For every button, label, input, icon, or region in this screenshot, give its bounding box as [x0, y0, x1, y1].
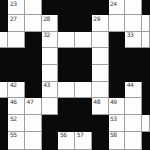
crossword-cell[interactable]: 42 — [8, 82, 25, 99]
crossword-cell[interactable]: 58 — [109, 132, 126, 150]
crossword-cell[interactable] — [25, 15, 42, 32]
clue-number: 32 — [43, 32, 50, 38]
crossword-grid: 2324272829323342434446474849525355565758 — [0, 0, 150, 150]
crossword-cell[interactable]: 23 — [8, 0, 25, 15]
clue-number: 42 — [10, 82, 17, 88]
crossword-cell[interactable]: 48 — [92, 98, 109, 115]
crossword-cell[interactable] — [0, 32, 8, 49]
clue-number: 56 — [60, 132, 67, 138]
black-cell — [58, 15, 75, 32]
clue-number: 57 — [77, 132, 84, 138]
crossword-cell[interactable] — [125, 15, 142, 32]
crossword-cell[interactable] — [125, 132, 142, 150]
black-cell — [58, 65, 75, 82]
crossword-cell[interactable]: 27 — [8, 15, 25, 32]
black-cell — [142, 48, 150, 65]
crossword-cell[interactable] — [142, 32, 150, 49]
black-cell — [58, 115, 75, 132]
clue-number: 24 — [110, 1, 117, 7]
black-cell — [75, 115, 92, 132]
clue-number: 47 — [27, 99, 34, 105]
black-cell — [0, 132, 8, 150]
crossword-cell[interactable] — [75, 82, 92, 99]
black-cell — [58, 48, 75, 65]
black-cell — [8, 65, 25, 82]
black-cell — [142, 98, 150, 115]
black-cell — [25, 48, 42, 65]
crossword-cell[interactable]: 43 — [42, 82, 59, 99]
crossword-cell[interactable] — [92, 48, 109, 65]
black-cell — [92, 0, 109, 15]
crossword-cell[interactable] — [42, 48, 59, 65]
black-cell — [75, 48, 92, 65]
crossword-cell[interactable]: 49 — [109, 98, 126, 115]
black-cell — [109, 48, 126, 65]
black-cell — [0, 0, 8, 15]
crossword-cell[interactable] — [92, 82, 109, 99]
crossword-cell[interactable]: 53 — [109, 115, 126, 132]
black-cell — [142, 65, 150, 82]
crossword-cell[interactable] — [142, 115, 150, 132]
crossword-cell[interactable]: 32 — [42, 32, 59, 49]
clue-number: 46 — [10, 99, 17, 105]
crossword-cell[interactable]: 29 — [92, 15, 109, 32]
clue-number: 33 — [127, 32, 134, 38]
crossword-cell[interactable]: 28 — [42, 15, 59, 32]
clue-number: 27 — [10, 16, 17, 22]
crossword-cell[interactable]: 46 — [8, 98, 25, 115]
clue-number: 55 — [10, 132, 17, 138]
black-cell — [125, 48, 142, 65]
crossword-cell[interactable]: 44 — [125, 82, 142, 99]
crossword-cell[interactable]: 57 — [75, 132, 92, 150]
crossword-cell[interactable]: 24 — [109, 0, 126, 15]
clue-number: 23 — [10, 1, 17, 7]
black-cell — [0, 48, 8, 65]
black-cell — [0, 65, 8, 82]
black-cell — [0, 15, 8, 32]
black-cell — [58, 0, 75, 15]
clue-number: 44 — [127, 82, 134, 88]
black-cell — [42, 115, 59, 132]
crossword-cell[interactable] — [42, 98, 59, 115]
clue-number: 28 — [43, 16, 50, 22]
black-cell — [0, 98, 8, 115]
black-cell — [109, 32, 126, 49]
crossword-cell[interactable]: 33 — [125, 32, 142, 49]
clue-number: 48 — [93, 99, 100, 105]
black-cell — [8, 48, 25, 65]
clue-number: 49 — [110, 99, 117, 105]
black-cell — [42, 0, 59, 15]
crossword-cell[interactable] — [25, 115, 42, 132]
black-cell — [92, 132, 109, 150]
clue-number: 53 — [110, 116, 117, 122]
black-cell — [125, 65, 142, 82]
clue-number: 52 — [10, 116, 17, 122]
black-cell — [92, 115, 109, 132]
crossword-cell[interactable]: 56 — [58, 132, 75, 150]
crossword-cell[interactable] — [42, 65, 59, 82]
black-cell — [25, 82, 42, 99]
crossword-cell[interactable] — [75, 32, 92, 49]
crossword-cell[interactable] — [125, 115, 142, 132]
crossword-cell[interactable] — [8, 32, 25, 49]
crossword-cell[interactable] — [25, 132, 42, 150]
black-cell — [142, 82, 150, 99]
clue-number: 29 — [93, 16, 100, 22]
crossword-cell[interactable] — [92, 32, 109, 49]
clue-number: 58 — [110, 132, 117, 138]
black-cell — [109, 65, 126, 82]
black-cell — [75, 15, 92, 32]
crossword-cell[interactable] — [25, 0, 42, 15]
crossword-cell[interactable] — [109, 15, 126, 32]
black-cell — [142, 0, 150, 15]
clue-number: 43 — [43, 82, 50, 88]
black-cell — [75, 0, 92, 15]
crossword-cell[interactable]: 52 — [8, 115, 25, 132]
crossword-cell[interactable] — [58, 32, 75, 49]
crossword-cell[interactable]: 47 — [25, 98, 42, 115]
black-cell — [75, 65, 92, 82]
black-cell — [25, 32, 42, 49]
crossword-cell[interactable] — [92, 65, 109, 82]
black-cell — [25, 65, 42, 82]
black-cell — [0, 115, 8, 132]
crossword-cell[interactable] — [125, 0, 142, 15]
crossword-cell[interactable] — [0, 82, 8, 99]
black-cell — [75, 98, 92, 115]
crossword-cell[interactable] — [58, 82, 75, 99]
crossword-cell[interactable] — [125, 98, 142, 115]
crossword-cell[interactable] — [142, 15, 150, 32]
crossword-cell[interactable]: 55 — [8, 132, 25, 150]
black-cell — [109, 82, 126, 99]
black-cell — [42, 132, 59, 150]
black-cell — [142, 132, 150, 150]
black-cell — [58, 98, 75, 115]
